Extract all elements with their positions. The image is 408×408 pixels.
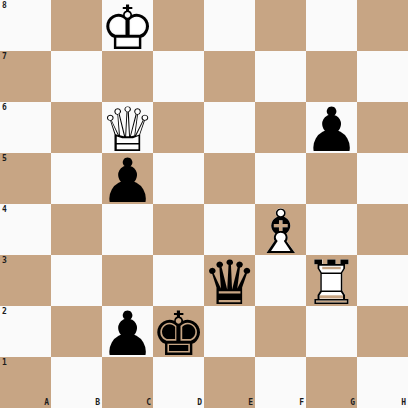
square-g4[interactable]: [306, 204, 357, 255]
square-g7[interactable]: [306, 51, 357, 102]
chess-board: 8♚♔76♛♕♟5♟4♝♗3♛♜♖2♟♚1ABCDEFGH: [0, 0, 408, 408]
square-a3[interactable]: 3: [0, 255, 51, 306]
square-d6[interactable]: [153, 102, 204, 153]
black-pawn-glyph: ♟: [306, 104, 357, 155]
square-e2[interactable]: [204, 306, 255, 357]
white-king-outline: ♔: [102, 2, 153, 53]
square-f4[interactable]: ♝♗: [255, 204, 306, 255]
black-pawn[interactable]: ♟: [102, 306, 153, 357]
square-g3[interactable]: ♜♖: [306, 255, 357, 306]
square-h6[interactable]: [357, 102, 408, 153]
black-king-glyph: ♚: [153, 308, 204, 359]
square-d3[interactable]: [153, 255, 204, 306]
square-d1[interactable]: D: [153, 357, 204, 408]
square-g2[interactable]: [306, 306, 357, 357]
white-rook-fill: ♜: [306, 257, 357, 308]
square-b1[interactable]: B: [51, 357, 102, 408]
square-a4[interactable]: 4: [0, 204, 51, 255]
square-e6[interactable]: [204, 102, 255, 153]
square-e4[interactable]: [204, 204, 255, 255]
square-e3[interactable]: ♛: [204, 255, 255, 306]
white-queen-fill: ♛: [102, 104, 153, 155]
rank-label-6: 6: [2, 103, 7, 112]
black-pawn-glyph: ♟: [102, 155, 153, 206]
rank-label-4: 4: [2, 205, 7, 214]
square-h4[interactable]: [357, 204, 408, 255]
square-h8[interactable]: [357, 0, 408, 51]
square-b3[interactable]: [51, 255, 102, 306]
square-a6[interactable]: 6: [0, 102, 51, 153]
square-g5[interactable]: [306, 153, 357, 204]
white-king[interactable]: ♚♔: [102, 0, 153, 51]
file-label-e: E: [248, 398, 253, 407]
rank-label-7: 7: [2, 52, 7, 61]
black-pawn-glyph: ♟: [102, 308, 153, 359]
file-label-f: F: [299, 398, 304, 407]
square-b8[interactable]: [51, 0, 102, 51]
black-king[interactable]: ♚: [153, 306, 204, 357]
square-e8[interactable]: [204, 0, 255, 51]
square-d2[interactable]: ♚: [153, 306, 204, 357]
square-c8[interactable]: ♚♔: [102, 0, 153, 51]
square-e1[interactable]: E: [204, 357, 255, 408]
rank-label-2: 2: [2, 307, 7, 316]
file-label-c: C: [146, 398, 151, 407]
white-king-fill: ♚: [102, 2, 153, 53]
square-b5[interactable]: [51, 153, 102, 204]
white-rook-outline: ♖: [306, 257, 357, 308]
file-label-h: H: [401, 398, 406, 407]
square-g6[interactable]: ♟: [306, 102, 357, 153]
white-queen[interactable]: ♛♕: [102, 102, 153, 153]
rank-label-3: 3: [2, 256, 7, 265]
square-d7[interactable]: [153, 51, 204, 102]
file-label-a: A: [44, 398, 49, 407]
square-h2[interactable]: [357, 306, 408, 357]
square-f1[interactable]: F: [255, 357, 306, 408]
black-pawn[interactable]: ♟: [306, 102, 357, 153]
square-b7[interactable]: [51, 51, 102, 102]
square-a2[interactable]: 2: [0, 306, 51, 357]
square-g1[interactable]: G: [306, 357, 357, 408]
square-d5[interactable]: [153, 153, 204, 204]
square-h3[interactable]: [357, 255, 408, 306]
square-c3[interactable]: [102, 255, 153, 306]
square-f8[interactable]: [255, 0, 306, 51]
white-queen-outline: ♕: [102, 104, 153, 155]
file-label-d: D: [197, 398, 202, 407]
white-bishop-fill: ♝: [255, 206, 306, 257]
square-g8[interactable]: [306, 0, 357, 51]
square-c6[interactable]: ♛♕: [102, 102, 153, 153]
square-b2[interactable]: [51, 306, 102, 357]
square-f2[interactable]: [255, 306, 306, 357]
black-pawn[interactable]: ♟: [102, 153, 153, 204]
white-rook[interactable]: ♜♖: [306, 255, 357, 306]
file-label-b: B: [95, 398, 100, 407]
square-h1[interactable]: H: [357, 357, 408, 408]
square-f6[interactable]: [255, 102, 306, 153]
black-queen-glyph: ♛: [204, 257, 255, 308]
square-h5[interactable]: [357, 153, 408, 204]
square-e7[interactable]: [204, 51, 255, 102]
white-bishop[interactable]: ♝♗: [255, 204, 306, 255]
square-d8[interactable]: [153, 0, 204, 51]
square-c1[interactable]: C: [102, 357, 153, 408]
rank-label-5: 5: [2, 154, 7, 163]
square-a5[interactable]: 5: [0, 153, 51, 204]
square-a7[interactable]: 7: [0, 51, 51, 102]
black-queen[interactable]: ♛: [204, 255, 255, 306]
square-a1[interactable]: 1A: [0, 357, 51, 408]
square-c7[interactable]: [102, 51, 153, 102]
square-f3[interactable]: [255, 255, 306, 306]
square-b4[interactable]: [51, 204, 102, 255]
square-b6[interactable]: [51, 102, 102, 153]
square-c4[interactable]: [102, 204, 153, 255]
square-f7[interactable]: [255, 51, 306, 102]
file-label-g: G: [350, 398, 355, 407]
rank-label-1: 1: [2, 358, 7, 367]
square-f5[interactable]: [255, 153, 306, 204]
square-e5[interactable]: [204, 153, 255, 204]
square-d4[interactable]: [153, 204, 204, 255]
square-h7[interactable]: [357, 51, 408, 102]
square-a8[interactable]: 8: [0, 0, 51, 51]
square-c5[interactable]: ♟: [102, 153, 153, 204]
rank-label-8: 8: [2, 1, 7, 10]
white-bishop-outline: ♗: [255, 206, 306, 257]
square-c2[interactable]: ♟: [102, 306, 153, 357]
